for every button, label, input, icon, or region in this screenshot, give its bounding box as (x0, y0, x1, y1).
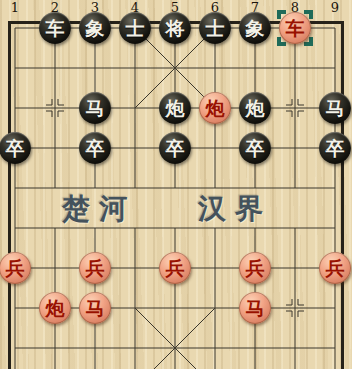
piece-black-cannon[interactable]: 炮 (159, 92, 191, 124)
piece-black-elephant[interactable]: 象 (239, 12, 271, 44)
piece-black-soldier[interactable]: 卒 (0, 132, 31, 164)
piece-red-soldier[interactable]: 兵 (159, 252, 191, 284)
piece-red-horse[interactable]: 马 (79, 292, 111, 324)
piece-red-soldier[interactable]: 兵 (239, 252, 271, 284)
piece-black-soldier[interactable]: 卒 (79, 132, 111, 164)
piece-black-cannon[interactable]: 炮 (239, 92, 271, 124)
piece-red-cannon[interactable]: 炮 (199, 92, 231, 124)
piece-red-soldier[interactable]: 兵 (0, 252, 31, 284)
piece-red-soldier[interactable]: 兵 (79, 252, 111, 284)
column-label: 1 (5, 1, 25, 15)
piece-black-soldier[interactable]: 卒 (159, 132, 191, 164)
piece-black-advisor[interactable]: 士 (119, 12, 151, 44)
piece-red-cannon[interactable]: 炮 (39, 292, 71, 324)
river-label-chu-he: 楚河 (62, 190, 136, 228)
piece-black-advisor[interactable]: 士 (199, 12, 231, 44)
piece-black-chariot[interactable]: 车 (39, 12, 71, 44)
river-label-han-jie: 汉界 (198, 190, 272, 228)
piece-black-horse[interactable]: 马 (79, 92, 111, 124)
piece-black-general[interactable]: 将 (159, 12, 191, 44)
xiangqi-board: 123456789 楚河 汉界 车象士将士象车马炮炮炮马卒卒卒卒卒兵兵兵兵兵炮马… (0, 0, 352, 369)
piece-red-soldier[interactable]: 兵 (319, 252, 351, 284)
piece-black-horse[interactable]: 马 (319, 92, 351, 124)
piece-black-soldier[interactable]: 卒 (319, 132, 351, 164)
piece-black-soldier[interactable]: 卒 (239, 132, 271, 164)
piece-red-chariot[interactable]: 车 (279, 12, 311, 44)
piece-black-elephant[interactable]: 象 (79, 12, 111, 44)
column-label: 9 (325, 1, 345, 15)
piece-red-horse[interactable]: 马 (239, 292, 271, 324)
